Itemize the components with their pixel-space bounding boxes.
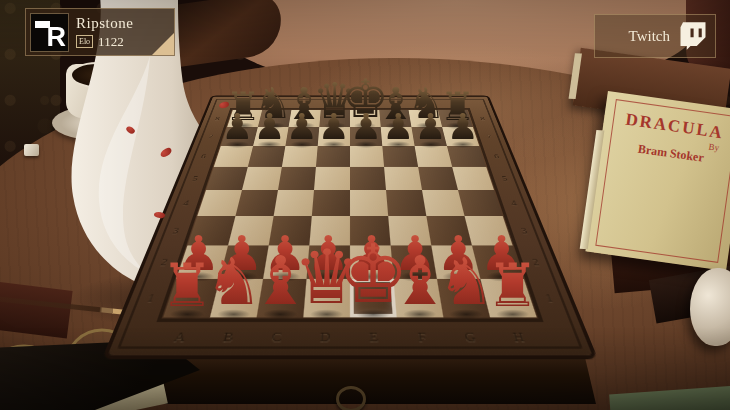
file-label: C bbox=[252, 326, 303, 348]
square-d6[interactable] bbox=[316, 146, 350, 167]
square-f4[interactable] bbox=[386, 190, 426, 216]
file-label: A bbox=[153, 326, 208, 348]
square-c6[interactable] bbox=[282, 146, 318, 167]
square-c5[interactable] bbox=[278, 167, 316, 190]
sugar-cube bbox=[24, 144, 39, 156]
square-e4[interactable] bbox=[350, 190, 388, 216]
square-a6[interactable] bbox=[214, 146, 253, 167]
square-b4[interactable] bbox=[235, 190, 278, 216]
twitch-label: Twitch bbox=[629, 28, 670, 45]
rank-label: 7 bbox=[199, 127, 222, 146]
square-g4[interactable] bbox=[422, 190, 465, 216]
square-d5[interactable] bbox=[314, 167, 350, 190]
square-c4[interactable] bbox=[274, 190, 314, 216]
file-label: G bbox=[445, 326, 498, 348]
square-f5[interactable] bbox=[384, 167, 422, 190]
piece-red-rook[interactable]: ♜ bbox=[486, 256, 539, 315]
file-labels: ABCDEFGH bbox=[153, 326, 547, 348]
square-d4[interactable] bbox=[312, 190, 350, 216]
square-a4[interactable] bbox=[197, 190, 242, 216]
piece-black-pawn[interactable]: ♟ bbox=[221, 109, 253, 145]
square-b6[interactable] bbox=[248, 146, 286, 167]
file-label: D bbox=[301, 326, 350, 348]
ripstone-logo-r: R bbox=[47, 24, 67, 51]
rank-label: 5 bbox=[492, 167, 518, 190]
square-b5[interactable] bbox=[242, 167, 282, 190]
square-g5[interactable] bbox=[418, 167, 458, 190]
piece-black-pawn[interactable]: ♟ bbox=[414, 109, 446, 145]
square-f6[interactable] bbox=[382, 146, 418, 167]
dracula-cover-frame: DRACULA By Bram Stoker bbox=[595, 99, 730, 263]
rank-label: 4 bbox=[172, 190, 200, 216]
rank-label: 5 bbox=[182, 167, 208, 190]
rank-label: 4 bbox=[500, 190, 528, 216]
square-h5[interactable] bbox=[452, 167, 494, 190]
twitch-panel[interactable]: Twitch bbox=[594, 14, 716, 58]
square-h4[interactable] bbox=[458, 190, 503, 216]
square-g6[interactable] bbox=[415, 146, 453, 167]
piece-black-pawn[interactable]: ♟ bbox=[447, 109, 479, 145]
square-h6[interactable] bbox=[447, 146, 486, 167]
elo-rating: 1122 bbox=[98, 34, 124, 50]
file-label: H bbox=[492, 326, 547, 348]
dracula-book: DRACULA By Bram Stoker bbox=[585, 91, 730, 271]
rank-label: 7 bbox=[478, 127, 501, 146]
square-a5[interactable] bbox=[206, 167, 248, 190]
rank-label: 6 bbox=[191, 146, 215, 167]
piece-black-pawn[interactable]: ♟ bbox=[253, 109, 285, 145]
twitch-icon bbox=[678, 21, 708, 51]
rank-label: 6 bbox=[485, 146, 509, 167]
player-name: Ripstone bbox=[76, 15, 133, 32]
ripstone-logo: R bbox=[31, 14, 68, 51]
file-label: B bbox=[202, 326, 255, 348]
player-panel[interactable]: R Ripstone Elo 1122 bbox=[25, 8, 175, 56]
square-e5[interactable] bbox=[350, 167, 386, 190]
drawer-ring-pull bbox=[336, 386, 366, 410]
piece-black-pawn[interactable]: ♟ bbox=[286, 109, 318, 145]
gold-corner-accent bbox=[152, 33, 174, 55]
piece-black-pawn[interactable]: ♟ bbox=[318, 109, 350, 145]
file-label: E bbox=[350, 326, 399, 348]
elo-badge: Elo bbox=[76, 35, 93, 48]
file-label: F bbox=[397, 326, 448, 348]
chess-ultra-scene: DRACULA By Bram Stoker ABCDEFGH 87654321… bbox=[0, 0, 730, 410]
piece-black-pawn[interactable]: ♟ bbox=[382, 109, 414, 145]
square-e6[interactable] bbox=[350, 146, 384, 167]
piece-black-pawn[interactable]: ♟ bbox=[350, 109, 382, 145]
